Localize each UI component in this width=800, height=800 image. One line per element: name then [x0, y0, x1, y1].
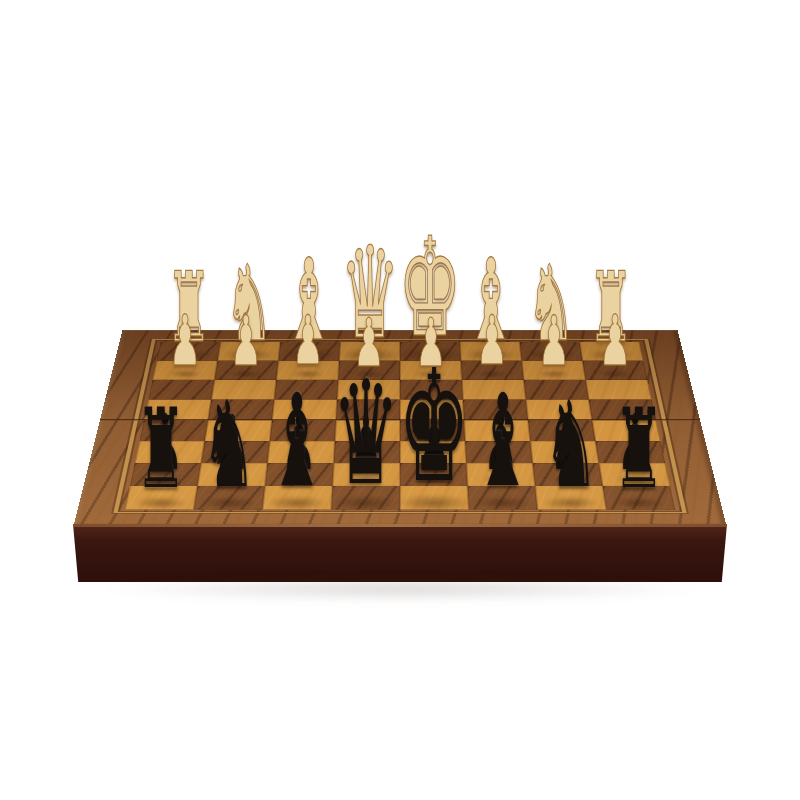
- black-king[interactable]: ♚: [398, 350, 470, 504]
- white-pawn[interactable]: ♟: [169, 306, 202, 376]
- black-bishop[interactable]: ♝: [473, 377, 533, 505]
- white-pawn[interactable]: ♟: [230, 307, 262, 376]
- ground-shadow: [95, 577, 707, 601]
- black-knight[interactable]: ♞: [201, 386, 257, 505]
- black-knight[interactable]: ♞: [543, 386, 599, 505]
- case-edge-bevel: [73, 524, 727, 527]
- board-case-side: [73, 524, 727, 582]
- black-rook[interactable]: ♜: [613, 394, 665, 504]
- black-queen[interactable]: ♛: [332, 361, 399, 505]
- product-photo-stage: ♜♞♝♛♚♝♞♜♟♟♟♟♟♟♟♟♟♟♟♟♟♟♟♟♜♞♝♛♚♝♞♜: [0, 0, 800, 800]
- white-pawn[interactable]: ♟: [598, 306, 631, 376]
- white-pawn[interactable]: ♟: [537, 307, 569, 376]
- black-bishop[interactable]: ♝: [268, 377, 328, 505]
- black-rook[interactable]: ♜: [135, 394, 187, 504]
